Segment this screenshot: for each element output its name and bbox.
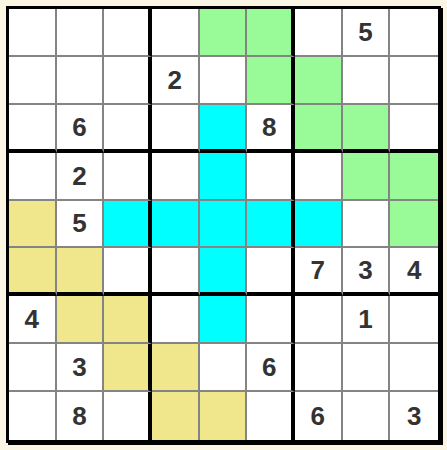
cell-r4c3[interactable]: [104, 153, 152, 201]
cell-r2c5[interactable]: [200, 57, 248, 105]
cell-r8c8[interactable]: [343, 344, 391, 392]
cell-r7c2[interactable]: [57, 296, 105, 344]
cell-r6c3[interactable]: [104, 248, 152, 296]
cell-r2c4[interactable]: 2: [152, 57, 200, 105]
cell-r8c7[interactable]: [295, 344, 343, 392]
cell-r9c2[interactable]: 8: [57, 392, 105, 440]
cell-r9c9[interactable]: 3: [390, 392, 438, 440]
cell-r3c7[interactable]: [295, 105, 343, 153]
cell-r3c1[interactable]: [9, 105, 57, 153]
cell-r5c1[interactable]: [9, 201, 57, 249]
cell-r1c9[interactable]: [390, 9, 438, 57]
cell-r4c1[interactable]: [9, 153, 57, 201]
cell-r2c2[interactable]: [57, 57, 105, 105]
cell-r9c6[interactable]: [247, 392, 295, 440]
cell-r1c1[interactable]: [9, 9, 57, 57]
cell-r6c5[interactable]: [200, 248, 248, 296]
sudoku-board: 5268257344136863: [6, 6, 441, 443]
cell-r3c6[interactable]: 8: [247, 105, 295, 153]
cell-r7c5[interactable]: [200, 296, 248, 344]
cell-r7c9[interactable]: [390, 296, 438, 344]
cell-r7c7[interactable]: [295, 296, 343, 344]
cell-r8c3[interactable]: [104, 344, 152, 392]
cell-r6c9[interactable]: 4: [390, 248, 438, 296]
cell-r4c2[interactable]: 2: [57, 153, 105, 201]
cell-r4c4[interactable]: [152, 153, 200, 201]
cell-r7c6[interactable]: [247, 296, 295, 344]
cell-r5c7[interactable]: [295, 201, 343, 249]
cell-r2c7[interactable]: [295, 57, 343, 105]
cell-r6c4[interactable]: [152, 248, 200, 296]
cell-r3c4[interactable]: [152, 105, 200, 153]
cell-r8c2[interactable]: 3: [57, 344, 105, 392]
cell-r5c5[interactable]: [200, 201, 248, 249]
cell-r3c3[interactable]: [104, 105, 152, 153]
cell-r6c7[interactable]: 7: [295, 248, 343, 296]
cell-r2c9[interactable]: [390, 57, 438, 105]
cell-r1c8[interactable]: 5: [343, 9, 391, 57]
cell-r9c4[interactable]: [152, 392, 200, 440]
cell-r6c6[interactable]: [247, 248, 295, 296]
cell-r8c1[interactable]: [9, 344, 57, 392]
cell-r1c2[interactable]: [57, 9, 105, 57]
cell-r9c3[interactable]: [104, 392, 152, 440]
cell-r5c8[interactable]: [343, 201, 391, 249]
cell-r4c5[interactable]: [200, 153, 248, 201]
cell-r3c9[interactable]: [390, 105, 438, 153]
cell-r5c4[interactable]: [152, 201, 200, 249]
cell-r3c5[interactable]: [200, 105, 248, 153]
cell-r5c9[interactable]: [390, 201, 438, 249]
cell-r8c4[interactable]: [152, 344, 200, 392]
cell-r9c1[interactable]: [9, 392, 57, 440]
cell-r5c3[interactable]: [104, 201, 152, 249]
cell-r6c8[interactable]: 3: [343, 248, 391, 296]
cell-r9c5[interactable]: [200, 392, 248, 440]
cell-r9c7[interactable]: 6: [295, 392, 343, 440]
cell-r8c6[interactable]: 6: [247, 344, 295, 392]
cell-r8c9[interactable]: [390, 344, 438, 392]
cell-r5c6[interactable]: [247, 201, 295, 249]
cell-r2c6[interactable]: [247, 57, 295, 105]
cell-r7c1[interactable]: 4: [9, 296, 57, 344]
cell-r8c5[interactable]: [200, 344, 248, 392]
cell-r7c4[interactable]: [152, 296, 200, 344]
cell-r4c6[interactable]: [247, 153, 295, 201]
cell-r4c9[interactable]: [390, 153, 438, 201]
cell-r1c6[interactable]: [247, 9, 295, 57]
cell-r1c4[interactable]: [152, 9, 200, 57]
cell-r6c2[interactable]: [57, 248, 105, 296]
cell-r7c8[interactable]: 1: [343, 296, 391, 344]
cell-r2c3[interactable]: [104, 57, 152, 105]
cell-r7c3[interactable]: [104, 296, 152, 344]
cell-r5c2[interactable]: 5: [57, 201, 105, 249]
cell-r2c1[interactable]: [9, 57, 57, 105]
cell-r3c8[interactable]: [343, 105, 391, 153]
cell-r9c8[interactable]: [343, 392, 391, 440]
cell-r3c2[interactable]: 6: [57, 105, 105, 153]
cell-r2c8[interactable]: [343, 57, 391, 105]
cell-r4c7[interactable]: [295, 153, 343, 201]
cell-r6c1[interactable]: [9, 248, 57, 296]
cell-r4c8[interactable]: [343, 153, 391, 201]
cell-r1c7[interactable]: [295, 9, 343, 57]
cell-r1c3[interactable]: [104, 9, 152, 57]
cell-r1c5[interactable]: [200, 9, 248, 57]
